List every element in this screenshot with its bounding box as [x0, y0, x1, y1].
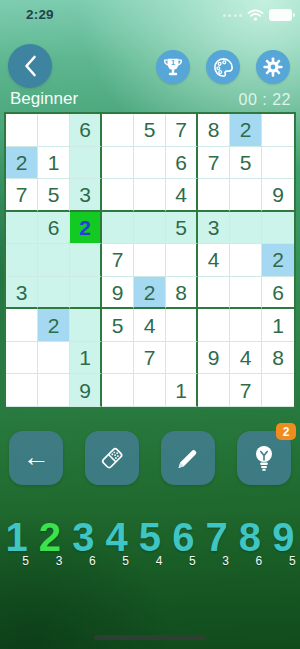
numpad-digit-6[interactable]: 65 — [167, 516, 200, 567]
sudoku-board: 657822167575349625374239286254117948917 — [4, 112, 296, 409]
cell-r1c6[interactable]: 7 — [166, 114, 198, 147]
numpad-remaining-count: 6 — [256, 555, 263, 567]
cell-r6c7[interactable] — [198, 277, 230, 310]
cell-r7c2[interactable]: 2 — [38, 309, 70, 342]
cell-r9c7[interactable] — [198, 374, 230, 407]
cell-r2c1[interactable]: 2 — [6, 147, 38, 180]
cell-r8c7[interactable]: 9 — [198, 342, 230, 375]
cell-r6c4[interactable]: 9 — [102, 277, 134, 310]
numpad-digit-9[interactable]: 95 — [267, 516, 300, 567]
cellular-signal-icon — [223, 14, 243, 17]
cell-r5c7[interactable]: 4 — [198, 244, 230, 277]
wifi-icon — [247, 9, 264, 21]
cell-r2c8[interactable]: 5 — [230, 147, 262, 180]
cell-r6c2[interactable] — [38, 277, 70, 310]
numpad-digit-4[interactable]: 45 — [100, 516, 133, 567]
cell-r5c8[interactable] — [230, 244, 262, 277]
cell-r7c1[interactable] — [6, 309, 38, 342]
cell-r1c8[interactable]: 2 — [230, 114, 262, 147]
numpad-remaining-count: 5 — [22, 555, 29, 567]
cell-r4c9[interactable] — [262, 212, 294, 245]
undo-arrow-icon: ← — [23, 444, 50, 471]
cell-r9c3[interactable]: 9 — [70, 374, 102, 407]
cell-r2c5[interactable] — [134, 147, 166, 180]
settings-button[interactable] — [256, 50, 290, 84]
cell-r1c9[interactable] — [262, 114, 294, 147]
difficulty-label: Beginner — [10, 89, 78, 109]
cell-r9c2[interactable] — [38, 374, 70, 407]
cell-r5c2[interactable] — [38, 244, 70, 277]
undo-button[interactable]: ← — [9, 431, 63, 485]
cell-r6c1[interactable]: 3 — [6, 277, 38, 310]
cell-r1c7[interactable]: 8 — [198, 114, 230, 147]
hint-button[interactable]: 2 — [237, 431, 291, 485]
palette-icon — [212, 56, 235, 79]
cell-r2c2[interactable]: 1 — [38, 147, 70, 180]
back-button[interactable] — [8, 44, 52, 88]
cell-r8c3[interactable]: 1 — [70, 342, 102, 375]
cell-r2c6[interactable]: 6 — [166, 147, 198, 180]
cell-r2c4[interactable] — [102, 147, 134, 180]
numpad-remaining-count: 3 — [56, 555, 63, 567]
home-indicator[interactable] — [94, 635, 206, 640]
cell-r4c8[interactable] — [230, 212, 262, 245]
numpad-digit-1[interactable]: 15 — [0, 516, 33, 567]
cell-r5c3[interactable] — [70, 244, 102, 277]
cell-r7c9[interactable]: 1 — [262, 309, 294, 342]
cell-r5c5[interactable] — [134, 244, 166, 277]
cell-r1c5[interactable]: 5 — [134, 114, 166, 147]
cell-r8c2[interactable] — [38, 342, 70, 375]
numpad-digit-label: 8 — [239, 516, 261, 558]
numpad-digit-label: 1 — [6, 516, 28, 558]
cell-r5c6[interactable] — [166, 244, 198, 277]
cell-r7c8[interactable] — [230, 309, 262, 342]
cell-r3c6[interactable]: 4 — [166, 179, 198, 212]
cell-r2c7[interactable]: 7 — [198, 147, 230, 180]
status-bar: 2:29 — [0, 0, 300, 28]
cell-r4c4[interactable] — [102, 212, 134, 245]
cell-r9c5[interactable] — [134, 374, 166, 407]
cell-r8c4[interactable] — [102, 342, 134, 375]
lightbulb-icon — [251, 444, 277, 472]
cell-r2c3[interactable] — [70, 147, 102, 180]
numpad-remaining-count: 5 — [122, 555, 129, 567]
numpad-digit-label: 4 — [106, 516, 128, 558]
cell-r8c9[interactable]: 8 — [262, 342, 294, 375]
trophy-icon: 1 — [162, 56, 184, 78]
numpad-remaining-count: 3 — [222, 555, 229, 567]
pencil-icon — [174, 444, 202, 472]
sudoku-app-screen: 2:29 1 — [0, 0, 300, 649]
cell-r1c2[interactable] — [38, 114, 70, 147]
status-time: 2:29 — [26, 7, 54, 22]
achievements-button[interactable]: 1 — [156, 50, 190, 84]
cell-r4c2[interactable]: 6 — [38, 212, 70, 245]
cell-r7c5[interactable]: 4 — [134, 309, 166, 342]
cell-r8c8[interactable]: 4 — [230, 342, 262, 375]
numpad-remaining-count: 6 — [89, 555, 96, 567]
cell-r3c5[interactable] — [134, 179, 166, 212]
numpad-digit-label: 7 — [206, 516, 228, 558]
numpad-digit-7[interactable]: 73 — [200, 516, 233, 567]
numpad-digit-label: 2 — [39, 516, 61, 558]
chevron-left-icon — [24, 55, 37, 77]
cell-r3c8[interactable] — [230, 179, 262, 212]
pencil-notes-button[interactable] — [161, 431, 215, 485]
numpad-remaining-count: 5 — [189, 555, 196, 567]
cell-r9c1[interactable] — [6, 374, 38, 407]
cell-r1c3[interactable]: 6 — [70, 114, 102, 147]
cell-r2c9[interactable] — [262, 147, 294, 180]
numpad-remaining-count: 5 — [289, 555, 296, 567]
cell-r4c7[interactable]: 3 — [198, 212, 230, 245]
theme-button[interactable] — [206, 50, 240, 84]
numpad-digit-label: 5 — [139, 516, 161, 558]
cell-r3c3[interactable]: 3 — [70, 179, 102, 212]
cell-r6c6[interactable]: 8 — [166, 277, 198, 310]
cell-r7c7[interactable] — [198, 309, 230, 342]
cell-r3c9[interactable]: 9 — [262, 179, 294, 212]
numpad-digit-label: 9 — [272, 516, 294, 558]
cell-r5c9[interactable]: 2 — [262, 244, 294, 277]
cell-r4c3[interactable]: 2 — [70, 212, 102, 245]
cell-r4c1[interactable] — [6, 212, 38, 245]
eraser-icon — [97, 443, 127, 473]
cell-r3c2[interactable]: 5 — [38, 179, 70, 212]
cell-r1c1[interactable] — [6, 114, 38, 147]
cell-r3c1[interactable]: 7 — [6, 179, 38, 212]
game-timer: 00 : 22 — [239, 91, 291, 109]
cell-r8c1[interactable] — [6, 342, 38, 375]
hint-count-badge: 2 — [276, 423, 296, 440]
cell-r7c3[interactable] — [70, 309, 102, 342]
cell-r1c4[interactable] — [102, 114, 134, 147]
cell-r9c4[interactable] — [102, 374, 134, 407]
number-pad: 152336455465738695 — [0, 516, 300, 567]
cell-r5c4[interactable]: 7 — [102, 244, 134, 277]
cell-r9c6[interactable]: 1 — [166, 374, 198, 407]
cell-r6c5[interactable]: 2 — [134, 277, 166, 310]
cell-r6c3[interactable] — [70, 277, 102, 310]
cell-r3c7[interactable] — [198, 179, 230, 212]
cell-r3c4[interactable] — [102, 179, 134, 212]
toolbar: ← — [9, 431, 291, 485]
numpad-digit-label: 3 — [72, 516, 94, 558]
numpad-remaining-count: 4 — [156, 555, 163, 567]
numpad-digit-2[interactable]: 23 — [33, 516, 66, 567]
cell-r8c6[interactable] — [166, 342, 198, 375]
cell-r9c9[interactable] — [262, 374, 294, 407]
battery-icon — [269, 9, 292, 21]
cell-r4c5[interactable] — [134, 212, 166, 245]
cell-r6c8[interactable] — [230, 277, 262, 310]
cell-r7c6[interactable] — [166, 309, 198, 342]
cell-r8c5[interactable]: 7 — [134, 342, 166, 375]
cell-r5c1[interactable] — [6, 244, 38, 277]
cell-r7c4[interactable]: 5 — [102, 309, 134, 342]
eraser-button[interactable] — [85, 431, 139, 485]
numpad-digit-8[interactable]: 86 — [233, 516, 266, 567]
numpad-digit-label: 6 — [172, 516, 194, 558]
gear-icon — [262, 56, 284, 78]
numpad-digit-3[interactable]: 36 — [67, 516, 100, 567]
svg-text:1: 1 — [171, 58, 175, 67]
cell-r6c9[interactable]: 6 — [262, 277, 294, 310]
cell-r9c8[interactable]: 7 — [230, 374, 262, 407]
numpad-digit-5[interactable]: 54 — [133, 516, 166, 567]
cell-r4c6[interactable]: 5 — [166, 212, 198, 245]
